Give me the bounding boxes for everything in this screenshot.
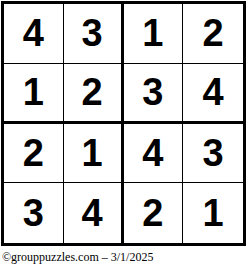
cell-r4c1: 3 <box>4 183 64 243</box>
cell-r1c2: 3 <box>64 4 124 64</box>
sudoku-board: 4312123421433421 <box>1 1 246 246</box>
cell-r1c4: 2 <box>183 4 243 64</box>
cell-r3c4: 3 <box>183 124 243 184</box>
cell-r2c1: 1 <box>4 64 64 124</box>
copyright-credit: ©grouppuzzles.com – 3/1/2025 <box>2 250 153 265</box>
cell-r2c2: 2 <box>64 64 124 124</box>
puzzle-page: 4312123421433421 ©grouppuzzles.com – 3/1… <box>0 0 247 269</box>
cell-r4c3: 2 <box>124 183 184 243</box>
cell-r2c3: 3 <box>124 64 184 124</box>
cell-r4c2: 4 <box>64 183 124 243</box>
cell-r3c1: 2 <box>4 124 64 184</box>
cell-r1c1: 4 <box>4 4 64 64</box>
cell-r1c3: 1 <box>124 4 184 64</box>
cell-r4c4: 1 <box>183 183 243 243</box>
cell-r3c3: 4 <box>124 124 184 184</box>
cell-r2c4: 4 <box>183 64 243 124</box>
cell-r3c2: 1 <box>64 124 124 184</box>
